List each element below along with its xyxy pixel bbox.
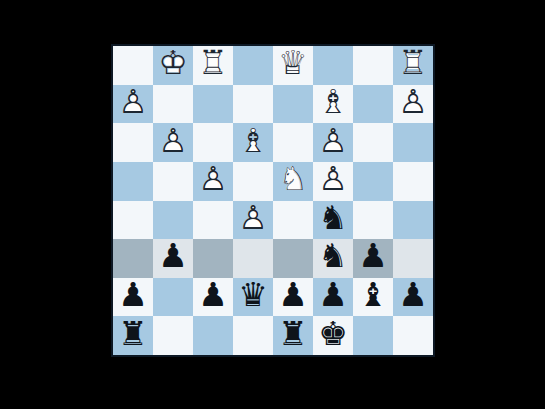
square-f3[interactable] [193,123,233,162]
white-rook-outline-glyph: ♖ [398,46,428,83]
square-a6[interactable] [393,239,433,278]
square-e2[interactable] [233,85,273,124]
square-f1[interactable]: ♜♖ [193,46,233,85]
square-a7[interactable]: ♟ [393,278,433,317]
square-a4[interactable] [393,162,433,201]
square-d6[interactable] [273,239,313,278]
square-c1[interactable] [313,46,353,85]
square-a5[interactable] [393,201,433,240]
square-d5[interactable] [273,201,313,240]
white-pawn-outline-glyph: ♙ [238,201,268,238]
black-pawn-piece[interactable]: ♟ [353,239,393,278]
white-pawn-piece[interactable]: ♟♙ [393,85,433,124]
black-pawn-piece[interactable]: ♟ [153,239,193,278]
square-b6[interactable]: ♟ [353,239,393,278]
white-king-outline-glyph: ♔ [158,46,188,83]
square-f2[interactable] [193,85,233,124]
square-b2[interactable] [353,85,393,124]
square-d2[interactable] [273,85,313,124]
square-c4[interactable]: ♟♙ [313,162,353,201]
square-f7[interactable]: ♟ [193,278,233,317]
white-pawn-piece[interactable]: ♟♙ [153,123,193,162]
black-pawn-glyph: ♟ [278,278,308,315]
square-b1[interactable] [353,46,393,85]
square-e5[interactable]: ♟♙ [233,201,273,240]
square-b8[interactable] [353,316,393,355]
square-e4[interactable] [233,162,273,201]
square-a3[interactable] [393,123,433,162]
square-g5[interactable] [153,201,193,240]
black-rook-piece[interactable]: ♜ [273,316,313,355]
square-e7[interactable]: ♛ [233,278,273,317]
square-b7[interactable]: ♝ [353,278,393,317]
black-king-piece[interactable]: ♚ [313,316,353,355]
white-bishop-piece[interactable]: ♝♗ [233,123,273,162]
black-pawn-piece[interactable]: ♟ [313,278,353,317]
square-e3[interactable]: ♝♗ [233,123,273,162]
square-e8[interactable] [233,316,273,355]
white-bishop-outline-glyph: ♗ [318,85,348,122]
black-pawn-piece[interactable]: ♟ [193,278,233,317]
square-h7[interactable]: ♟ [113,278,153,317]
square-h4[interactable] [113,162,153,201]
square-d1[interactable]: ♛♕ [273,46,313,85]
black-king-glyph: ♚ [318,316,348,353]
square-h2[interactable]: ♟♙ [113,85,153,124]
chess-board: ♚♔♜♖♛♕♜♖♟♙♝♗♟♙♟♙♝♗♟♙♟♙♞♘♟♙♟♙♞♟♞♟♟♟♛♟♟♝♟♜… [111,44,435,357]
square-g8[interactable] [153,316,193,355]
square-a8[interactable] [393,316,433,355]
black-pawn-glyph: ♟ [118,278,148,315]
square-d8[interactable]: ♜ [273,316,313,355]
square-h5[interactable] [113,201,153,240]
white-knight-outline-glyph: ♘ [278,162,308,199]
white-bishop-outline-glyph: ♗ [238,123,268,160]
square-d7[interactable]: ♟ [273,278,313,317]
square-f4[interactable]: ♟♙ [193,162,233,201]
white-pawn-piece[interactable]: ♟♙ [313,123,353,162]
square-f8[interactable] [193,316,233,355]
black-queen-piece[interactable]: ♛ [233,278,273,317]
square-c8[interactable]: ♚ [313,316,353,355]
square-f5[interactable] [193,201,233,240]
square-d4[interactable]: ♞♘ [273,162,313,201]
black-bishop-piece[interactable]: ♝ [353,278,393,317]
square-c3[interactable]: ♟♙ [313,123,353,162]
square-h8[interactable]: ♜ [113,316,153,355]
white-pawn-piece[interactable]: ♟♙ [313,162,353,201]
white-queen-piece[interactable]: ♛♕ [273,46,313,85]
white-pawn-outline-glyph: ♙ [318,123,348,160]
square-f6[interactable] [193,239,233,278]
black-pawn-piece[interactable]: ♟ [273,278,313,317]
white-pawn-outline-glyph: ♙ [118,85,148,122]
square-b3[interactable] [353,123,393,162]
white-pawn-piece[interactable]: ♟♙ [113,85,153,124]
white-pawn-outline-glyph: ♙ [158,123,188,160]
black-pawn-glyph: ♟ [358,239,388,276]
white-pawn-piece[interactable]: ♟♙ [193,162,233,201]
square-b5[interactable] [353,201,393,240]
black-pawn-glyph: ♟ [158,239,188,276]
square-d3[interactable] [273,123,313,162]
white-king-piece[interactable]: ♚♔ [153,46,193,85]
black-knight-glyph: ♞ [318,239,348,276]
black-knight-piece[interactable]: ♞ [313,201,353,240]
square-a1[interactable]: ♜♖ [393,46,433,85]
white-rook-piece[interactable]: ♜♖ [193,46,233,85]
square-g7[interactable] [153,278,193,317]
black-bishop-glyph: ♝ [358,278,388,315]
square-h1[interactable] [113,46,153,85]
black-pawn-glyph: ♟ [198,278,228,315]
black-pawn-glyph: ♟ [398,278,428,315]
square-e1[interactable] [233,46,273,85]
white-knight-piece[interactable]: ♞♘ [273,162,313,201]
white-bishop-piece[interactable]: ♝♗ [313,85,353,124]
square-g2[interactable] [153,85,193,124]
square-h6[interactable] [113,239,153,278]
square-e6[interactable] [233,239,273,278]
square-h3[interactable] [113,123,153,162]
white-pawn-outline-glyph: ♙ [398,85,428,122]
black-pawn-piece[interactable]: ♟ [113,278,153,317]
square-g1[interactable]: ♚♔ [153,46,193,85]
square-b4[interactable] [353,162,393,201]
black-queen-glyph: ♛ [238,278,268,315]
white-pawn-outline-glyph: ♙ [318,162,348,199]
white-rook-piece[interactable]: ♜♖ [393,46,433,85]
square-a2[interactable]: ♟♙ [393,85,433,124]
black-rook-glyph: ♜ [118,316,148,353]
square-g3[interactable]: ♟♙ [153,123,193,162]
white-queen-outline-glyph: ♕ [278,46,308,83]
square-c7[interactable]: ♟ [313,278,353,317]
square-g6[interactable]: ♟ [153,239,193,278]
black-knight-glyph: ♞ [318,201,348,238]
square-c6[interactable]: ♞ [313,239,353,278]
black-pawn-glyph: ♟ [318,278,348,315]
square-g4[interactable] [153,162,193,201]
white-pawn-outline-glyph: ♙ [198,162,228,199]
white-rook-outline-glyph: ♖ [198,46,228,83]
white-pawn-piece[interactable]: ♟♙ [233,201,273,240]
square-c5[interactable]: ♞ [313,201,353,240]
video-frame: ♚♔♜♖♛♕♜♖♟♙♝♗♟♙♟♙♝♗♟♙♟♙♞♘♟♙♟♙♞♟♞♟♟♟♛♟♟♝♟♜… [0,0,545,409]
black-pawn-piece[interactable]: ♟ [393,278,433,317]
black-rook-glyph: ♜ [278,316,308,353]
square-c2[interactable]: ♝♗ [313,85,353,124]
black-knight-piece[interactable]: ♞ [313,239,353,278]
black-rook-piece[interactable]: ♜ [113,316,153,355]
